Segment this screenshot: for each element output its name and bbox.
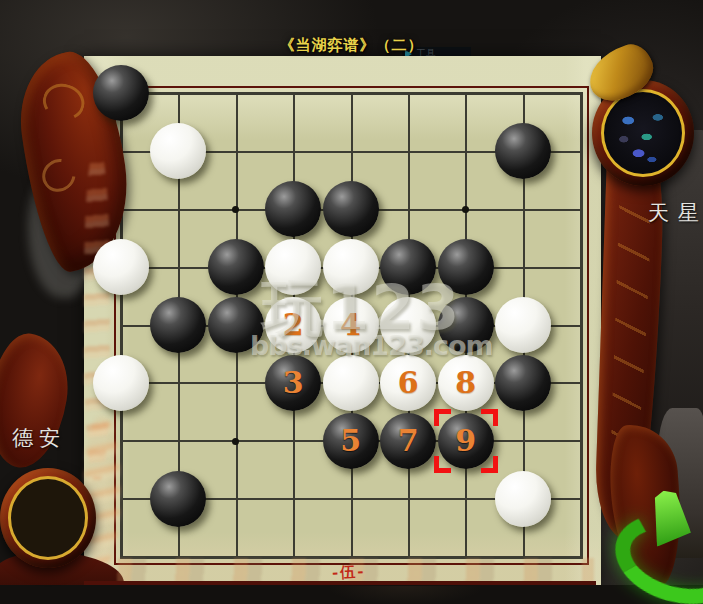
intersection-bh[interactable] (150, 470, 208, 528)
intersection-ie[interactable] (552, 296, 610, 354)
intersection-dc[interactable] (265, 180, 323, 238)
black-stone-df: 3 (265, 355, 321, 411)
intersection-cc[interactable] (207, 180, 265, 238)
intersection-hg[interactable] (495, 412, 553, 470)
intersection-fc[interactable] (380, 180, 438, 238)
intersection-bi[interactable] (150, 528, 208, 586)
intersection-ha[interactable] (495, 64, 553, 122)
intersection-ac[interactable] (92, 180, 150, 238)
intersection-ad[interactable] (92, 238, 150, 296)
white-stone-gf: 8 (438, 355, 494, 411)
intersection-fi[interactable] (380, 528, 438, 586)
white-stone-bb (150, 123, 206, 179)
intersection-dh[interactable] (265, 470, 323, 528)
go-app-window: 工具 24368579 玩123 bbs.wan123.com 《当湖弈谱》（二… (0, 0, 703, 604)
black-stone-aa (93, 65, 149, 121)
star-point (232, 206, 239, 213)
white-stone-ef (323, 355, 379, 411)
intersection-ea[interactable] (322, 64, 380, 122)
intersection-ec[interactable] (322, 180, 380, 238)
right-player-label: 天星 (648, 199, 703, 227)
intersection-bg[interactable] (150, 412, 208, 470)
intersection-cg[interactable] (207, 412, 265, 470)
move-number: 6 (398, 368, 419, 398)
intersection-gi[interactable] (437, 528, 495, 586)
intersection-bc[interactable] (150, 180, 208, 238)
intersection-cf[interactable] (207, 354, 265, 412)
intersection-di[interactable] (265, 528, 323, 586)
intersection-be[interactable] (150, 296, 208, 354)
intersection-fa[interactable] (380, 64, 438, 122)
intersection-ba[interactable] (150, 64, 208, 122)
intersection-af[interactable] (92, 354, 150, 412)
page-title: 《当湖弈谱》（二） (280, 36, 424, 55)
move-number: 7 (398, 426, 419, 456)
intersection-da[interactable] (265, 64, 323, 122)
white-stone-hh (495, 471, 551, 527)
intersection-hh[interactable] (495, 470, 553, 528)
intersection-db[interactable] (265, 122, 323, 180)
intersection-ah[interactable] (92, 470, 150, 528)
intersection-cb[interactable] (207, 122, 265, 180)
white-stone-af (93, 355, 149, 411)
intersection-df[interactable]: 3 (265, 354, 323, 412)
black-stone-cd (208, 239, 264, 295)
intersection-he[interactable] (495, 296, 553, 354)
intersection-fh[interactable] (380, 470, 438, 528)
intersection-ca[interactable] (207, 64, 265, 122)
black-stone-eg: 5 (323, 413, 379, 469)
intersection-ef[interactable] (322, 354, 380, 412)
intersection-fg[interactable]: 7 (380, 412, 438, 470)
intersection-id[interactable] (552, 238, 610, 296)
intersection-bf[interactable] (150, 354, 208, 412)
intersection-cd[interactable] (207, 238, 265, 296)
star-point (232, 438, 239, 445)
intersection-eb[interactable] (322, 122, 380, 180)
intersection-hi[interactable] (495, 528, 553, 586)
intersection-dg[interactable] (265, 412, 323, 470)
marker-corner (481, 409, 498, 426)
black-stone-ec (323, 181, 379, 237)
left-player-label: 德安 (12, 424, 66, 452)
intersection-bd[interactable] (150, 238, 208, 296)
move-number: 5 (340, 426, 361, 456)
intersection-ai[interactable] (92, 528, 150, 586)
black-stone-gg: 9 (438, 413, 494, 469)
intersection-ib[interactable] (552, 122, 610, 180)
intersection-ci[interactable] (207, 528, 265, 586)
black-stone-bh (150, 471, 206, 527)
watermark-url: bbs.wan123.com (250, 330, 493, 361)
intersection-gc[interactable] (437, 180, 495, 238)
intersection-gb[interactable] (437, 122, 495, 180)
intersection-ia[interactable] (552, 64, 610, 122)
intersection-hc[interactable] (495, 180, 553, 238)
intersection-if[interactable] (552, 354, 610, 412)
last-move-marker (434, 409, 498, 473)
intersection-hf[interactable] (495, 354, 553, 412)
intersection-ic[interactable] (552, 180, 610, 238)
black-stone-hf (495, 355, 551, 411)
move-number: 8 (455, 368, 476, 398)
white-stone-he (495, 297, 551, 353)
move-number: 3 (283, 368, 304, 398)
black-stones-in-bowl (606, 94, 680, 172)
bottom-page-label: -伍- (332, 562, 366, 583)
intersection-ch[interactable] (207, 470, 265, 528)
intersection-ga[interactable] (437, 64, 495, 122)
star-point (462, 206, 469, 213)
white-stone-ff: 6 (380, 355, 436, 411)
intersection-hb[interactable] (495, 122, 553, 180)
intersection-fb[interactable] (380, 122, 438, 180)
intersection-gh[interactable] (437, 470, 495, 528)
black-stone-dc (265, 181, 321, 237)
intersection-ig[interactable] (552, 412, 610, 470)
intersection-gg[interactable]: 9 (437, 412, 495, 470)
pot-silhouette (330, 586, 480, 604)
intersection-ff[interactable]: 6 (380, 354, 438, 412)
black-stone-be (150, 297, 206, 353)
intersection-gf[interactable]: 8 (437, 354, 495, 412)
intersection-eh[interactable] (322, 470, 380, 528)
intersection-ae[interactable] (92, 296, 150, 354)
intersection-hd[interactable] (495, 238, 553, 296)
intersection-ii[interactable] (552, 528, 610, 586)
black-stone-fg: 7 (380, 413, 436, 469)
intersection-bb[interactable] (150, 122, 208, 180)
marker-corner (434, 409, 451, 426)
marker-corner (434, 456, 451, 473)
intersection-eg[interactable]: 5 (322, 412, 380, 470)
black-stone-hb (495, 123, 551, 179)
intersection-ag[interactable] (92, 412, 150, 470)
white-stones-in-bowl (13, 481, 83, 555)
intersection-aa[interactable] (92, 64, 150, 122)
marker-corner (481, 456, 498, 473)
intersection-ih[interactable] (552, 470, 610, 528)
white-stones-bowl[interactable] (0, 468, 96, 568)
intersection-ab[interactable] (92, 122, 150, 180)
white-stone-ad (93, 239, 149, 295)
